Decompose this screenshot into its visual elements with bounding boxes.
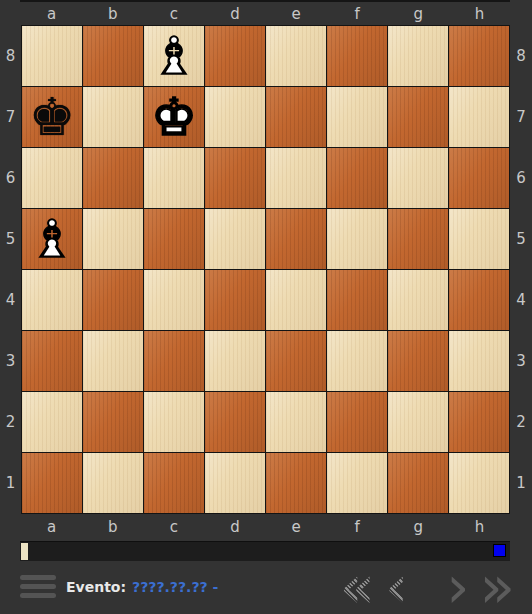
square-b7[interactable] bbox=[83, 87, 143, 147]
chess-app: abcdefgh 87654321 ♝♗♚♚♔♝♗ 87654321 abcde… bbox=[0, 0, 532, 614]
square-b6[interactable] bbox=[83, 148, 143, 208]
square-g2[interactable] bbox=[388, 392, 448, 452]
file-label-c: c bbox=[170, 518, 178, 536]
square-a3[interactable] bbox=[22, 331, 82, 391]
square-e2[interactable] bbox=[266, 392, 326, 452]
rank-labels-right: 87654321 bbox=[510, 25, 532, 514]
rank-label-2: 2 bbox=[510, 392, 532, 453]
square-f8[interactable] bbox=[327, 26, 387, 86]
rank-labels-left: 87654321 bbox=[0, 25, 21, 514]
rank-label-8: 8 bbox=[0, 25, 21, 86]
file-label-c: c bbox=[170, 5, 178, 23]
nav-next-button[interactable]: › bbox=[441, 561, 474, 612]
file-label-g: g bbox=[414, 5, 424, 23]
square-d2[interactable] bbox=[205, 392, 265, 452]
square-e8[interactable] bbox=[266, 26, 326, 86]
bottom-toolbar: Evento:????.??.?? - «‹›» bbox=[0, 561, 532, 612]
file-label-d: d bbox=[230, 518, 240, 536]
square-a5[interactable]: ♝♗ bbox=[22, 209, 82, 269]
square-c4[interactable] bbox=[144, 270, 204, 330]
square-e3[interactable] bbox=[266, 331, 326, 391]
chess-board[interactable]: ♝♗♚♚♔♝♗ bbox=[21, 25, 510, 514]
square-f7[interactable] bbox=[327, 87, 387, 147]
file-label-b: b bbox=[108, 518, 118, 536]
square-f1[interactable] bbox=[327, 453, 387, 513]
nav-first-button[interactable]: « bbox=[335, 561, 381, 612]
square-b3[interactable] bbox=[83, 331, 143, 391]
square-d5[interactable] bbox=[205, 209, 265, 269]
square-a4[interactable] bbox=[22, 270, 82, 330]
square-g1[interactable] bbox=[388, 453, 448, 513]
square-d3[interactable] bbox=[205, 331, 265, 391]
square-g7[interactable] bbox=[388, 87, 448, 147]
slider-end-marker bbox=[494, 545, 505, 556]
square-f6[interactable] bbox=[327, 148, 387, 208]
rank-label-3: 3 bbox=[510, 331, 532, 392]
square-b2[interactable] bbox=[83, 392, 143, 452]
black-king: ♚ bbox=[22, 87, 82, 147]
rank-label-1: 1 bbox=[510, 453, 532, 514]
square-d7[interactable] bbox=[205, 87, 265, 147]
square-h5[interactable] bbox=[449, 209, 509, 269]
square-g5[interactable] bbox=[388, 209, 448, 269]
rank-label-3: 3 bbox=[0, 331, 21, 392]
file-label-f: f bbox=[355, 5, 360, 23]
square-a2[interactable] bbox=[22, 392, 82, 452]
square-h3[interactable] bbox=[449, 331, 509, 391]
square-g8[interactable] bbox=[388, 26, 448, 86]
square-e1[interactable] bbox=[266, 453, 326, 513]
square-f4[interactable] bbox=[327, 270, 387, 330]
square-d6[interactable] bbox=[205, 148, 265, 208]
square-c2[interactable] bbox=[144, 392, 204, 452]
square-h6[interactable] bbox=[449, 148, 509, 208]
square-c6[interactable] bbox=[144, 148, 204, 208]
rank-label-2: 2 bbox=[0, 392, 21, 453]
square-f3[interactable] bbox=[327, 331, 387, 391]
white-bishop: ♝♗ bbox=[22, 209, 82, 269]
square-h7[interactable] bbox=[449, 87, 509, 147]
rank-label-1: 1 bbox=[0, 453, 21, 514]
square-f2[interactable] bbox=[327, 392, 387, 452]
square-g3[interactable] bbox=[388, 331, 448, 391]
file-label-e: e bbox=[291, 5, 300, 23]
square-h2[interactable] bbox=[449, 392, 509, 452]
square-e7[interactable] bbox=[266, 87, 326, 147]
move-navigation: «‹›» bbox=[335, 561, 520, 612]
square-a7[interactable]: ♚ bbox=[22, 87, 82, 147]
file-label-b: b bbox=[108, 5, 118, 23]
file-label-a: a bbox=[47, 5, 56, 23]
square-d4[interactable] bbox=[205, 270, 265, 330]
file-labels-bottom: abcdefgh bbox=[21, 514, 510, 539]
square-c1[interactable] bbox=[144, 453, 204, 513]
board-area: 87654321 ♝♗♚♚♔♝♗ 87654321 bbox=[0, 25, 532, 514]
rank-label-6: 6 bbox=[510, 147, 532, 208]
file-label-h: h bbox=[475, 518, 485, 536]
rank-label-4: 4 bbox=[510, 270, 532, 331]
square-c7[interactable]: ♚♔ bbox=[144, 87, 204, 147]
square-g4[interactable] bbox=[388, 270, 448, 330]
event-label: Evento: bbox=[66, 579, 126, 595]
square-e4[interactable] bbox=[266, 270, 326, 330]
rank-label-7: 7 bbox=[510, 86, 532, 147]
square-b8[interactable] bbox=[83, 26, 143, 86]
square-h1[interactable] bbox=[449, 453, 509, 513]
square-c8[interactable]: ♝♗ bbox=[144, 26, 204, 86]
file-labels-top: abcdefgh bbox=[21, 0, 510, 25]
rank-label-8: 8 bbox=[510, 25, 532, 86]
top-border-line bbox=[20, 0, 510, 2]
square-b5[interactable] bbox=[83, 209, 143, 269]
rank-label-5: 5 bbox=[510, 208, 532, 269]
rank-label-7: 7 bbox=[0, 86, 21, 147]
nav-prev-button[interactable]: ‹ bbox=[380, 561, 413, 612]
square-d1[interactable] bbox=[205, 453, 265, 513]
square-c5[interactable] bbox=[144, 209, 204, 269]
square-b1[interactable] bbox=[83, 453, 143, 513]
file-label-f: f bbox=[355, 518, 360, 536]
file-label-h: h bbox=[475, 5, 485, 23]
game-progress-slider[interactable] bbox=[20, 541, 510, 561]
file-label-d: d bbox=[230, 5, 240, 23]
square-a8[interactable] bbox=[22, 26, 82, 86]
rank-label-5: 5 bbox=[0, 208, 21, 269]
rank-label-4: 4 bbox=[0, 270, 21, 331]
square-g6[interactable] bbox=[388, 148, 448, 208]
file-label-g: g bbox=[414, 518, 424, 536]
file-label-e: e bbox=[291, 518, 300, 536]
square-e6[interactable] bbox=[266, 148, 326, 208]
square-c3[interactable] bbox=[144, 331, 204, 391]
square-d8[interactable] bbox=[205, 26, 265, 86]
white-king: ♚♔ bbox=[144, 87, 204, 147]
nav-last-button[interactable]: » bbox=[475, 561, 521, 612]
square-a6[interactable] bbox=[22, 148, 82, 208]
square-b4[interactable] bbox=[83, 270, 143, 330]
square-h4[interactable] bbox=[449, 270, 509, 330]
file-label-a: a bbox=[47, 518, 56, 536]
square-f5[interactable] bbox=[327, 209, 387, 269]
event-info: Evento:????.??.?? - bbox=[66, 579, 218, 595]
rank-label-6: 6 bbox=[0, 147, 21, 208]
square-a1[interactable] bbox=[22, 453, 82, 513]
square-h8[interactable] bbox=[449, 26, 509, 86]
square-e5[interactable] bbox=[266, 209, 326, 269]
event-date-link[interactable]: ????.??.?? - bbox=[132, 579, 218, 595]
menu-hamburger-icon[interactable] bbox=[20, 575, 56, 598]
slider-handle[interactable] bbox=[21, 543, 28, 560]
white-bishop: ♝♗ bbox=[144, 26, 204, 86]
